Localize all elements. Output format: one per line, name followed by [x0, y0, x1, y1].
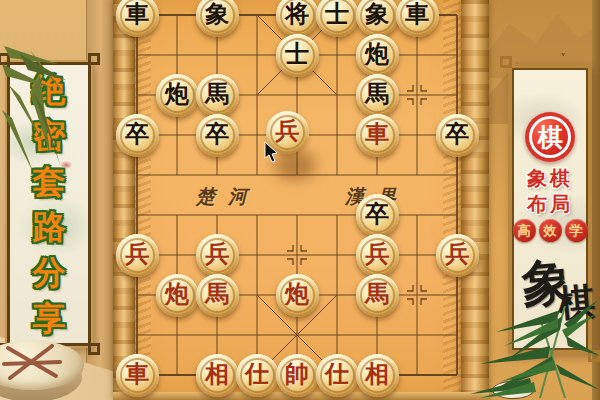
piece-red-cannon[interactable]: 炮 — [276, 274, 319, 317]
piece-character: 士 — [285, 42, 309, 66]
piece-red-horse[interactable]: 馬 — [356, 274, 399, 317]
panel-title-xiangqi: 象棋 — [512, 165, 588, 192]
piece-character: 車 — [405, 2, 429, 26]
mouse-cursor-icon — [264, 142, 279, 164]
piece-character: 卒 — [445, 122, 469, 146]
piece-character: 卒 — [205, 122, 229, 146]
banner-char: 路 — [33, 210, 66, 243]
piece-character: 兵 — [125, 242, 149, 266]
piece-black-soldier[interactable]: 卒 — [436, 114, 479, 157]
piece-character: 車 — [125, 2, 149, 26]
piece-black-horse[interactable]: 馬 — [196, 74, 239, 117]
banner-char: 分 — [33, 256, 66, 289]
piece-black-elephant[interactable]: 象 — [196, 0, 239, 37]
piece-character: 炮 — [165, 82, 189, 106]
banner-char: 享 — [33, 302, 66, 335]
piece-black-chariot[interactable]: 車 — [116, 0, 159, 37]
piece-red-advisor[interactable]: 仕 — [316, 354, 359, 397]
piece-black-soldier[interactable]: 卒 — [116, 114, 159, 157]
piece-red-soldier[interactable]: 兵 — [116, 234, 159, 277]
piece-red-general[interactable]: 帥 — [276, 354, 319, 397]
piece-character: 車 — [125, 362, 149, 386]
piece-red-cannon[interactable]: 炮 — [156, 274, 199, 317]
piece-black-advisor[interactable]: 士 — [316, 0, 359, 37]
piece-character: 将 — [285, 2, 309, 26]
piece-black-advisor[interactable]: 士 — [276, 34, 319, 77]
panel-title-buju: 布局 — [512, 191, 588, 218]
piece-red-soldier[interactable]: 兵 — [356, 234, 399, 277]
piece-red-chariot[interactable]: 車 — [356, 114, 399, 157]
piece-character: 馬 — [365, 82, 389, 106]
piece-character: 兵 — [275, 119, 299, 143]
piece-character: 馬 — [365, 282, 389, 306]
piece-character: 相 — [205, 362, 229, 386]
frame-corner — [500, 56, 512, 68]
piece-red-horse[interactable]: 馬 — [196, 274, 239, 317]
piece-black-general[interactable]: 将 — [276, 0, 319, 37]
piece-character: 馬 — [205, 82, 229, 106]
piece-black-cannon[interactable]: 炮 — [356, 34, 399, 77]
piece-character: 馬 — [205, 282, 229, 306]
piece-character: 兵 — [205, 242, 229, 266]
piece-character: 炮 — [165, 282, 189, 306]
piece-red-advisor[interactable]: 仕 — [236, 354, 279, 397]
seal-char: 棋 — [538, 121, 563, 154]
bamboo-leaves-right — [470, 298, 600, 400]
badge-学: 学 — [565, 219, 588, 242]
piece-black-horse[interactable]: 馬 — [356, 74, 399, 117]
decorative-chess-piece — [0, 338, 90, 400]
piece-character: 帥 — [285, 362, 309, 386]
piece-character: 卒 — [125, 122, 149, 146]
badge-效: 效 — [539, 219, 562, 242]
chess-seal-badge: 棋 — [525, 112, 575, 162]
piece-red-chariot[interactable]: 車 — [116, 354, 159, 397]
app-window: ᵥ 楚河 漢界 車象将士象車士炮炮馬馬卒卒卒卒車兵兵兵兵兵炮馬炮馬車相仕帥仕相 … — [0, 0, 600, 400]
badge-row: 高效学 — [512, 219, 588, 242]
piece-character: 士 — [325, 2, 349, 26]
piece-character: 兵 — [445, 242, 469, 266]
piece-black-soldier[interactable]: 卒 — [356, 194, 399, 237]
piece-character: 象 — [365, 2, 389, 26]
piece-black-chariot[interactable]: 車 — [396, 0, 439, 37]
piece-black-cannon[interactable]: 炮 — [156, 74, 199, 117]
piece-character: 象 — [205, 2, 229, 26]
piece-black-elephant[interactable]: 象 — [356, 0, 399, 37]
piece-red-soldier[interactable]: 兵 — [196, 234, 239, 277]
piece-red-elephant[interactable]: 相 — [356, 354, 399, 397]
piece-character: 相 — [365, 362, 389, 386]
badge-高: 高 — [513, 219, 536, 242]
piece-black-soldier[interactable]: 卒 — [196, 114, 239, 157]
piece-red-soldier[interactable]: 兵 — [436, 234, 479, 277]
bamboo-leaves-left — [0, 14, 92, 194]
piece-red-elephant[interactable]: 相 — [196, 354, 239, 397]
piece-character: 仕 — [245, 362, 269, 386]
piece-character: 仕 — [325, 362, 349, 386]
piece-character: 炮 — [365, 42, 389, 66]
lifted-piece-shadow — [274, 150, 316, 180]
piece-character: 車 — [365, 122, 389, 146]
piece-character: 卒 — [365, 202, 389, 226]
piece-character: 兵 — [365, 242, 389, 266]
piece-character: 炮 — [285, 282, 309, 306]
